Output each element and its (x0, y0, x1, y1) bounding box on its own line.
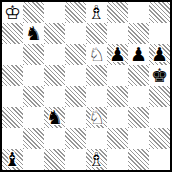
black-knight-fill: ♞ (44, 107, 65, 128)
square-h2[interactable] (149, 128, 170, 149)
square-e8[interactable]: ♝♗ (86, 2, 107, 23)
black-pawn-fill: ♟ (107, 44, 128, 65)
square-f1[interactable] (107, 149, 128, 170)
square-e2[interactable] (86, 128, 107, 149)
square-a7[interactable] (2, 23, 23, 44)
square-b7[interactable]: ♞♞ (23, 23, 44, 44)
square-d4[interactable] (65, 86, 86, 107)
square-g1[interactable] (128, 149, 149, 170)
square-d5[interactable] (65, 65, 86, 86)
square-a8[interactable]: ♚♔ (2, 2, 23, 23)
square-c5[interactable] (44, 65, 65, 86)
black-king-fill: ♚ (149, 65, 170, 86)
square-e6[interactable]: ♞♘ (86, 44, 107, 65)
square-c2[interactable] (44, 128, 65, 149)
square-c7[interactable] (44, 23, 65, 44)
square-g6[interactable]: ♟♟ (128, 44, 149, 65)
square-g7[interactable] (128, 23, 149, 44)
square-h3[interactable] (149, 107, 170, 128)
square-f3[interactable] (107, 107, 128, 128)
square-h1[interactable] (149, 149, 170, 170)
square-f5[interactable] (107, 65, 128, 86)
square-a5[interactable] (2, 65, 23, 86)
black-knight-fill: ♞ (23, 23, 44, 44)
square-b1[interactable] (23, 149, 44, 170)
black-knight: ♞ (44, 107, 65, 128)
square-b8[interactable] (23, 2, 44, 23)
square-b3[interactable] (23, 107, 44, 128)
white-bishop: ♗ (86, 149, 107, 170)
square-a6[interactable] (2, 44, 23, 65)
square-b4[interactable] (23, 86, 44, 107)
square-c6[interactable] (44, 44, 65, 65)
square-f4[interactable] (107, 86, 128, 107)
square-d8[interactable] (65, 2, 86, 23)
square-f7[interactable] (107, 23, 128, 44)
square-c8[interactable] (44, 2, 65, 23)
black-bishop: ♝ (2, 149, 23, 170)
square-h5[interactable]: ♚♚ (149, 65, 170, 86)
square-a3[interactable] (2, 107, 23, 128)
square-a1[interactable]: ♝♝ (2, 149, 23, 170)
square-g4[interactable] (128, 86, 149, 107)
square-a2[interactable] (2, 128, 23, 149)
square-e3[interactable]: ♞♘ (86, 107, 107, 128)
square-d2[interactable] (65, 128, 86, 149)
white-bishop-fill: ♝ (86, 2, 107, 23)
black-king: ♚ (149, 65, 170, 86)
square-d6[interactable] (65, 44, 86, 65)
square-c1[interactable] (44, 149, 65, 170)
square-f2[interactable] (107, 128, 128, 149)
white-king-fill: ♚ (2, 2, 23, 23)
square-h6[interactable]: ♟♟ (149, 44, 170, 65)
white-knight: ♘ (86, 44, 107, 65)
black-bishop-fill: ♝ (2, 149, 23, 170)
square-f8[interactable] (107, 2, 128, 23)
white-king: ♔ (2, 2, 23, 23)
chessboard: ♚♔♝♗♞♞♞♘♟♟♟♟♟♟♚♚♞♞♞♘♝♝♝♗ (0, 0, 172, 172)
square-b6[interactable] (23, 44, 44, 65)
square-h7[interactable] (149, 23, 170, 44)
square-g8[interactable] (128, 2, 149, 23)
chess-diagram: ♚♔♝♗♞♞♞♘♟♟♟♟♟♟♚♚♞♞♞♘♝♝♝♗ (0, 0, 172, 172)
square-c3[interactable]: ♞♞ (44, 107, 65, 128)
black-pawn: ♟ (149, 44, 170, 65)
square-e1[interactable]: ♝♗ (86, 149, 107, 170)
white-knight-fill: ♞ (86, 107, 107, 128)
square-b5[interactable] (23, 65, 44, 86)
black-pawn-fill: ♟ (128, 44, 149, 65)
black-pawn-fill: ♟ (149, 44, 170, 65)
square-a4[interactable] (2, 86, 23, 107)
black-knight: ♞ (23, 23, 44, 44)
square-c4[interactable] (44, 86, 65, 107)
square-g5[interactable] (128, 65, 149, 86)
square-e7[interactable] (86, 23, 107, 44)
white-knight: ♘ (86, 107, 107, 128)
white-bishop: ♗ (86, 2, 107, 23)
square-g2[interactable] (128, 128, 149, 149)
square-g3[interactable] (128, 107, 149, 128)
square-e4[interactable] (86, 86, 107, 107)
black-pawn: ♟ (107, 44, 128, 65)
white-bishop-fill: ♝ (86, 149, 107, 170)
square-e5[interactable] (86, 65, 107, 86)
square-h8[interactable] (149, 2, 170, 23)
square-d3[interactable] (65, 107, 86, 128)
square-f6[interactable]: ♟♟ (107, 44, 128, 65)
black-pawn: ♟ (128, 44, 149, 65)
white-knight-fill: ♞ (86, 44, 107, 65)
square-d1[interactable] (65, 149, 86, 170)
square-h4[interactable] (149, 86, 170, 107)
square-d7[interactable] (65, 23, 86, 44)
square-b2[interactable] (23, 128, 44, 149)
